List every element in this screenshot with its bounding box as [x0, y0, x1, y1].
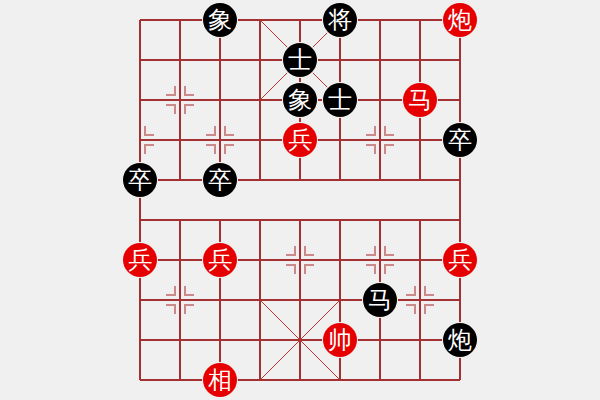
piece-red-soldier[interactable]: 兵	[203, 243, 237, 277]
piece-black-soldier[interactable]: 卒	[203, 163, 237, 197]
piece-red-horse[interactable]: 马	[403, 83, 437, 117]
piece-red-soldier[interactable]: 兵	[443, 243, 477, 277]
piece-black-elephant[interactable]: 象	[283, 83, 317, 117]
piece-red-elephant[interactable]: 相	[203, 363, 237, 397]
piece-red-soldier[interactable]: 兵	[283, 123, 317, 157]
piece-black-general[interactable]: 将	[323, 3, 357, 37]
piece-red-general[interactable]: 帅	[323, 323, 357, 357]
piece-black-advisor[interactable]: 士	[283, 43, 317, 77]
piece-black-cannon[interactable]: 炮	[443, 323, 477, 357]
xiangqi-board: 象将炮士象士马兵卒卒卒兵兵兵马帅炮相	[0, 0, 600, 400]
piece-black-elephant[interactable]: 象	[203, 3, 237, 37]
pieces-layer: 象将炮士象士马兵卒卒卒兵兵兵马帅炮相	[0, 0, 600, 400]
piece-black-soldier[interactable]: 卒	[123, 163, 157, 197]
piece-red-cannon[interactable]: 炮	[443, 3, 477, 37]
piece-black-soldier[interactable]: 卒	[443, 123, 477, 157]
piece-black-horse[interactable]: 马	[363, 283, 397, 317]
piece-red-soldier[interactable]: 兵	[123, 243, 157, 277]
piece-black-advisor[interactable]: 士	[323, 83, 357, 117]
